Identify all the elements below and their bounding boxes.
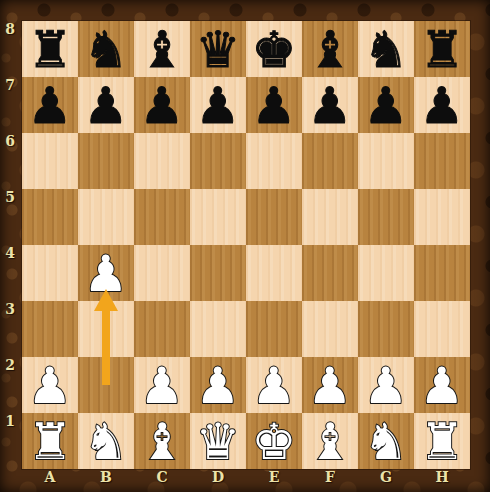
square-h3[interactable] — [414, 301, 470, 357]
square-g4[interactable] — [358, 245, 414, 301]
piece-black-pawn-d7[interactable]: ♟ — [196, 81, 241, 131]
file-label-c: C — [134, 469, 190, 492]
piece-white-pawn-b4[interactable]: ♟ — [84, 249, 129, 299]
chess-board: ♜♞♝♛♚♝♞♜♟♟♟♟♟♟♟♟♟♟♟♟♟♟♟♟♜♞♝♛♚♝♞♜ — [22, 21, 470, 469]
piece-black-pawn-g7[interactable]: ♟ — [364, 81, 409, 131]
square-d5[interactable] — [190, 189, 246, 245]
piece-white-queen-d1[interactable]: ♛ — [196, 417, 241, 467]
square-c6[interactable] — [134, 133, 190, 189]
file-label-f: F — [302, 469, 358, 492]
piece-white-pawn-g2[interactable]: ♟ — [364, 361, 409, 411]
square-c8[interactable]: ♝ — [134, 21, 190, 77]
square-b6[interactable] — [78, 133, 134, 189]
piece-white-pawn-c2[interactable]: ♟ — [140, 361, 185, 411]
rank-label-7: 7 — [0, 77, 20, 133]
file-label-a: A — [22, 469, 78, 492]
square-h5[interactable] — [414, 189, 470, 245]
square-f5[interactable] — [302, 189, 358, 245]
square-c7[interactable]: ♟ — [134, 77, 190, 133]
square-g6[interactable] — [358, 133, 414, 189]
rank-label-6: 6 — [0, 133, 20, 189]
file-label-g: G — [358, 469, 414, 492]
square-h6[interactable] — [414, 133, 470, 189]
piece-white-king-e1[interactable]: ♚ — [252, 417, 297, 467]
square-d1[interactable]: ♛ — [190, 413, 246, 469]
square-a6[interactable] — [22, 133, 78, 189]
rank-label-1: 1 — [0, 413, 20, 469]
square-a2[interactable]: ♟ — [22, 357, 78, 413]
square-b1[interactable]: ♞ — [78, 413, 134, 469]
piece-white-rook-a1[interactable]: ♜ — [28, 417, 73, 467]
file-label-b: B — [78, 469, 134, 492]
file-labels: ABCDEFGH — [22, 469, 470, 492]
square-h4[interactable] — [414, 245, 470, 301]
square-a1[interactable]: ♜ — [22, 413, 78, 469]
square-a3[interactable] — [22, 301, 78, 357]
square-a4[interactable] — [22, 245, 78, 301]
rank-labels: 87654321 — [0, 21, 22, 469]
piece-black-pawn-c7[interactable]: ♟ — [140, 81, 185, 131]
piece-white-pawn-f2[interactable]: ♟ — [308, 361, 353, 411]
piece-black-rook-h8[interactable]: ♜ — [420, 25, 465, 75]
square-f6[interactable] — [302, 133, 358, 189]
square-c2[interactable]: ♟ — [134, 357, 190, 413]
piece-black-pawn-b7[interactable]: ♟ — [84, 81, 129, 131]
square-b4[interactable]: ♟ — [78, 245, 134, 301]
square-b2[interactable] — [78, 357, 134, 413]
square-b3[interactable] — [78, 301, 134, 357]
square-d7[interactable]: ♟ — [190, 77, 246, 133]
square-e1[interactable]: ♚ — [246, 413, 302, 469]
file-label-h: H — [414, 469, 470, 492]
piece-black-knight-g8[interactable]: ♞ — [364, 25, 409, 75]
square-c4[interactable] — [134, 245, 190, 301]
piece-black-bishop-f8[interactable]: ♝ — [308, 25, 353, 75]
piece-white-bishop-f1[interactable]: ♝ — [308, 417, 353, 467]
square-b7[interactable]: ♟ — [78, 77, 134, 133]
piece-black-bishop-c8[interactable]: ♝ — [140, 25, 185, 75]
piece-black-pawn-e7[interactable]: ♟ — [252, 81, 297, 131]
square-g7[interactable]: ♟ — [358, 77, 414, 133]
chess-board-frame: 87654321 ABCDEFGH ♜♞♝♛♚♝♞♜♟♟♟♟♟♟♟♟♟♟♟♟♟♟… — [0, 0, 490, 492]
piece-black-pawn-h7[interactable]: ♟ — [420, 81, 465, 131]
square-g2[interactable]: ♟ — [358, 357, 414, 413]
file-label-e: E — [246, 469, 302, 492]
square-d3[interactable] — [190, 301, 246, 357]
piece-black-pawn-a7[interactable]: ♟ — [28, 81, 73, 131]
rank-label-8: 8 — [0, 21, 20, 77]
square-f2[interactable]: ♟ — [302, 357, 358, 413]
piece-white-rook-h1[interactable]: ♜ — [420, 417, 465, 467]
square-e3[interactable] — [246, 301, 302, 357]
square-a5[interactable] — [22, 189, 78, 245]
square-b5[interactable] — [78, 189, 134, 245]
square-f7[interactable]: ♟ — [302, 77, 358, 133]
square-c1[interactable]: ♝ — [134, 413, 190, 469]
rank-label-3: 3 — [0, 301, 20, 357]
piece-white-pawn-a2[interactable]: ♟ — [28, 361, 73, 411]
file-label-d: D — [190, 469, 246, 492]
piece-black-knight-b8[interactable]: ♞ — [84, 25, 129, 75]
piece-white-pawn-h2[interactable]: ♟ — [420, 361, 465, 411]
piece-white-knight-b1[interactable]: ♞ — [84, 417, 129, 467]
square-f3[interactable] — [302, 301, 358, 357]
piece-white-pawn-e2[interactable]: ♟ — [252, 361, 297, 411]
square-f4[interactable] — [302, 245, 358, 301]
piece-black-king-e8[interactable]: ♚ — [252, 25, 297, 75]
square-h8[interactable]: ♜ — [414, 21, 470, 77]
square-e8[interactable]: ♚ — [246, 21, 302, 77]
piece-white-bishop-c1[interactable]: ♝ — [140, 417, 185, 467]
rank-label-2: 2 — [0, 357, 20, 413]
piece-black-queen-d8[interactable]: ♛ — [196, 25, 241, 75]
piece-white-pawn-d2[interactable]: ♟ — [196, 361, 241, 411]
square-g8[interactable]: ♞ — [358, 21, 414, 77]
square-e6[interactable] — [246, 133, 302, 189]
square-a7[interactable]: ♟ — [22, 77, 78, 133]
square-b8[interactable]: ♞ — [78, 21, 134, 77]
square-d2[interactable]: ♟ — [190, 357, 246, 413]
square-h1[interactable]: ♜ — [414, 413, 470, 469]
rank-label-5: 5 — [0, 189, 20, 245]
square-f1[interactable]: ♝ — [302, 413, 358, 469]
square-f8[interactable]: ♝ — [302, 21, 358, 77]
square-e7[interactable]: ♟ — [246, 77, 302, 133]
piece-black-rook-a8[interactable]: ♜ — [28, 25, 73, 75]
square-d8[interactable]: ♛ — [190, 21, 246, 77]
square-c3[interactable] — [134, 301, 190, 357]
square-e2[interactable]: ♟ — [246, 357, 302, 413]
square-a8[interactable]: ♜ — [22, 21, 78, 77]
square-e5[interactable] — [246, 189, 302, 245]
rank-label-4: 4 — [0, 245, 20, 301]
square-g1[interactable]: ♞ — [358, 413, 414, 469]
square-g5[interactable] — [358, 189, 414, 245]
square-d6[interactable] — [190, 133, 246, 189]
square-c5[interactable] — [134, 189, 190, 245]
square-e4[interactable] — [246, 245, 302, 301]
square-d4[interactable] — [190, 245, 246, 301]
square-h2[interactable]: ♟ — [414, 357, 470, 413]
piece-black-pawn-f7[interactable]: ♟ — [308, 81, 353, 131]
square-g3[interactable] — [358, 301, 414, 357]
piece-white-knight-g1[interactable]: ♞ — [364, 417, 409, 467]
square-h7[interactable]: ♟ — [414, 77, 470, 133]
